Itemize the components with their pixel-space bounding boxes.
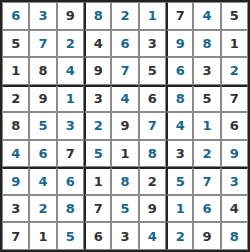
sudoku-cell-r2c1[interactable]: 5: [2, 30, 29, 58]
sudoku-cell-r3c7[interactable]: 6: [166, 57, 193, 85]
sudoku-cell-r1c9[interactable]: 5: [221, 2, 248, 30]
sudoku-cell-r4c1[interactable]: 2: [2, 85, 29, 113]
sudoku-cell-r3c2[interactable]: 8: [29, 57, 56, 85]
sudoku-cell-r6c8[interactable]: 2: [193, 140, 220, 168]
sudoku-cell-r9c8[interactable]: 9: [193, 222, 220, 250]
sudoku-cell-r3c6[interactable]: 5: [139, 57, 166, 85]
sudoku-cell-r9c9[interactable]: 8: [221, 222, 248, 250]
sudoku-cell-r8c9[interactable]: 4: [221, 195, 248, 223]
sudoku-cell-r5c3[interactable]: 3: [57, 112, 84, 140]
sudoku-cell-r2c3[interactable]: 2: [57, 30, 84, 58]
sudoku-cell-r1c5[interactable]: 2: [111, 2, 138, 30]
sudoku-cell-r4c6[interactable]: 6: [139, 85, 166, 113]
sudoku-cell-r7c5[interactable]: 8: [111, 167, 138, 195]
sudoku-cell-r8c8[interactable]: 6: [193, 195, 220, 223]
sudoku-cell-r2c4[interactable]: 4: [84, 30, 111, 58]
sudoku-cell-r6c5[interactable]: 1: [111, 140, 138, 168]
sudoku-cell-r5c6[interactable]: 7: [139, 112, 166, 140]
sudoku-cell-r2c7[interactable]: 9: [166, 30, 193, 58]
sudoku-cell-r3c3[interactable]: 4: [57, 57, 84, 85]
sudoku-cell-r8c1[interactable]: 3: [2, 195, 29, 223]
sudoku-cell-r7c9[interactable]: 3: [221, 167, 248, 195]
sudoku-cell-r4c7[interactable]: 8: [166, 85, 193, 113]
sudoku-cell-r4c8[interactable]: 5: [193, 85, 220, 113]
sudoku-cell-r6c4[interactable]: 5: [84, 140, 111, 168]
sudoku-cell-r4c9[interactable]: 7: [221, 85, 248, 113]
sudoku-cell-r9c5[interactable]: 3: [111, 222, 138, 250]
sudoku-cell-r2c2[interactable]: 7: [29, 30, 56, 58]
sudoku-cell-r7c8[interactable]: 7: [193, 167, 220, 195]
sudoku-cell-r2c5[interactable]: 6: [111, 30, 138, 58]
sudoku-cell-r6c7[interactable]: 3: [166, 140, 193, 168]
sudoku-cell-r9c7[interactable]: 2: [166, 222, 193, 250]
sudoku-cell-r9c6[interactable]: 4: [139, 222, 166, 250]
sudoku-cell-r9c2[interactable]: 1: [29, 222, 56, 250]
sudoku-cell-r4c3[interactable]: 1: [57, 85, 84, 113]
sudoku-cell-r4c5[interactable]: 4: [111, 85, 138, 113]
sudoku-cell-r7c3[interactable]: 6: [57, 167, 84, 195]
sudoku-cell-r7c4[interactable]: 1: [84, 167, 111, 195]
sudoku-cell-r7c1[interactable]: 9: [2, 167, 29, 195]
sudoku-cell-r8c5[interactable]: 5: [111, 195, 138, 223]
sudoku-app: 6398217455724639811849756322913468578532…: [0, 0, 250, 252]
sudoku-cell-r1c8[interactable]: 4: [193, 2, 220, 30]
sudoku-cell-r6c1[interactable]: 4: [2, 140, 29, 168]
sudoku-cell-r8c3[interactable]: 8: [57, 195, 84, 223]
sudoku-cell-r3c1[interactable]: 1: [2, 57, 29, 85]
sudoku-cell-r5c9[interactable]: 6: [221, 112, 248, 140]
sudoku-cell-r5c7[interactable]: 4: [166, 112, 193, 140]
sudoku-cell-r7c2[interactable]: 4: [29, 167, 56, 195]
sudoku-cell-r8c6[interactable]: 9: [139, 195, 166, 223]
sudoku-cell-r8c4[interactable]: 7: [84, 195, 111, 223]
sudoku-cell-r5c1[interactable]: 8: [2, 112, 29, 140]
sudoku-cell-r5c5[interactable]: 9: [111, 112, 138, 140]
sudoku-cell-r7c6[interactable]: 2: [139, 167, 166, 195]
sudoku-cell-r1c1[interactable]: 6: [2, 2, 29, 30]
sudoku-cell-r5c4[interactable]: 2: [84, 112, 111, 140]
sudoku-cell-r6c6[interactable]: 8: [139, 140, 166, 168]
sudoku-cell-r1c4[interactable]: 8: [84, 2, 111, 30]
sudoku-cell-r1c2[interactable]: 3: [29, 2, 56, 30]
sudoku-cell-r3c5[interactable]: 7: [111, 57, 138, 85]
sudoku-cell-r5c2[interactable]: 5: [29, 112, 56, 140]
sudoku-cell-r2c8[interactable]: 8: [193, 30, 220, 58]
sudoku-cell-r1c3[interactable]: 9: [57, 2, 84, 30]
sudoku-cell-r3c4[interactable]: 9: [84, 57, 111, 85]
sudoku-cell-r4c2[interactable]: 9: [29, 85, 56, 113]
sudoku-cell-r2c9[interactable]: 1: [221, 30, 248, 58]
sudoku-cell-r1c7[interactable]: 7: [166, 2, 193, 30]
sudoku-cell-r6c9[interactable]: 9: [221, 140, 248, 168]
sudoku-cell-r5c8[interactable]: 1: [193, 112, 220, 140]
sudoku-cell-r8c7[interactable]: 1: [166, 195, 193, 223]
sudoku-cell-r9c1[interactable]: 7: [2, 222, 29, 250]
sudoku-cell-r2c6[interactable]: 3: [139, 30, 166, 58]
sudoku-cell-r6c3[interactable]: 7: [57, 140, 84, 168]
sudoku-cell-r3c8[interactable]: 3: [193, 57, 220, 85]
sudoku-cell-r1c6[interactable]: 1: [139, 2, 166, 30]
sudoku-cell-r4c4[interactable]: 3: [84, 85, 111, 113]
sudoku-cell-r3c9[interactable]: 2: [221, 57, 248, 85]
sudoku-board: 6398217455724639811849756322913468578532…: [0, 0, 250, 252]
sudoku-cell-r9c4[interactable]: 6: [84, 222, 111, 250]
sudoku-cell-r9c3[interactable]: 5: [57, 222, 84, 250]
sudoku-cell-r7c7[interactable]: 5: [166, 167, 193, 195]
sudoku-cell-r6c2[interactable]: 6: [29, 140, 56, 168]
sudoku-cell-r8c2[interactable]: 2: [29, 195, 56, 223]
